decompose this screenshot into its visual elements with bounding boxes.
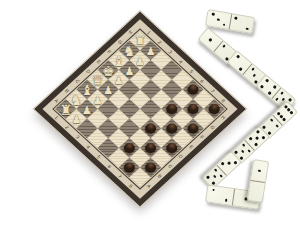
pip-dot: [290, 111, 294, 115]
pip-dot: [211, 12, 214, 15]
pip-dot: [262, 136, 266, 140]
pip-dot: [222, 44, 226, 48]
pip-dot: [212, 188, 215, 191]
pip-dot: [246, 27, 249, 30]
pip-dot: [220, 174, 224, 178]
pip-dot: [268, 131, 272, 135]
pip-dot: [263, 125, 267, 129]
pip-dot: [258, 169, 261, 172]
pip-dot: [276, 124, 280, 128]
pip-dot: [235, 150, 239, 154]
pip-dot: [242, 143, 246, 147]
domino-3-2[interactable]: [205, 8, 255, 33]
pip-dot: [251, 67, 255, 71]
pip-dot: [214, 168, 218, 172]
pip-dot: [268, 91, 272, 95]
domino-3-5[interactable]: [202, 151, 242, 190]
pip-dot: [209, 38, 213, 42]
product-photo-scene: ♜♟♞♟♝♟♚♟♛♟♝♟♞♟♜♟ HH11GG22FF33EE44DD55CC6…: [0, 0, 300, 243]
pip-dot: [213, 175, 217, 179]
pip-dot: [253, 73, 257, 77]
pip-dot: [241, 150, 245, 154]
pip-dot: [225, 199, 228, 202]
pip-dot: [239, 67, 243, 71]
pip-dot: [282, 97, 286, 101]
domino-half-1-pips: [251, 160, 268, 182]
domino-half-3-pips: [206, 10, 232, 29]
pip-dot: [256, 130, 260, 134]
pip-dot: [217, 17, 220, 20]
pip-dot: [221, 162, 225, 166]
domino-half-2-pips: [206, 185, 234, 205]
pip-dot: [207, 175, 211, 179]
pip-dot: [265, 79, 269, 83]
pip-dot: [260, 85, 264, 89]
board-grid: ♜♟♞♟♝♟♚♟♛♟♝♟♞♟♜♟: [55, 31, 225, 187]
pip-dot: [234, 161, 238, 165]
pip-dot: [254, 143, 258, 147]
pip-dot: [273, 85, 277, 89]
pip-dot: [240, 156, 244, 160]
domino-half-0-pips: [248, 180, 265, 201]
pip-dot: [270, 118, 274, 122]
pip-dot: [235, 16, 238, 19]
domino-half-2-pips: [229, 14, 254, 33]
pip-dot: [248, 149, 252, 153]
pip-dot: [249, 137, 253, 141]
pip-dot: [288, 98, 292, 102]
pip-dot: [227, 162, 231, 166]
pip-dot: [236, 55, 240, 59]
pip-dot: [280, 91, 284, 95]
pip-dot: [255, 137, 259, 141]
pip-dot: [282, 118, 286, 122]
pip-dot: [275, 97, 279, 101]
domino-1-0[interactable]: [247, 159, 269, 203]
pip-dot: [222, 23, 225, 26]
